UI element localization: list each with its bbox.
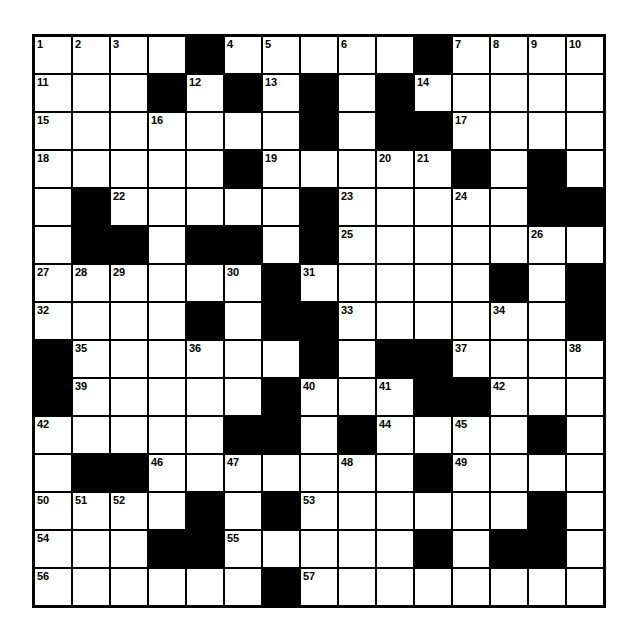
clue-number: 41: [379, 380, 391, 392]
cell-r4c15[interactable]: [567, 151, 603, 187]
cell-r15c5[interactable]: [187, 569, 223, 605]
cell-r4c5[interactable]: [187, 151, 223, 187]
clue-number: 48: [341, 456, 353, 468]
cell-r10c6[interactable]: [225, 379, 261, 415]
cell-r9c7[interactable]: [263, 341, 299, 377]
cell-r9c4[interactable]: [149, 341, 185, 377]
clue-number: 15: [37, 114, 49, 126]
black-cell-r14c13: [491, 531, 527, 567]
black-cell-r2c4: [149, 75, 185, 111]
cell-r11c5[interactable]: [187, 417, 223, 453]
cell-r1c8[interactable]: [301, 37, 337, 73]
cell-r15c10[interactable]: [377, 569, 413, 605]
cell-r14c3[interactable]: [111, 531, 147, 567]
cell-r5c7[interactable]: [263, 189, 299, 225]
cell-r1c15[interactable]: 10: [567, 37, 603, 73]
cell-r4c11[interactable]: 21: [415, 151, 451, 187]
clue-number: 16: [151, 114, 163, 126]
cell-r5c1[interactable]: [35, 189, 71, 225]
clue-number: 23: [341, 190, 353, 202]
cell-r7c14[interactable]: [529, 265, 565, 301]
clue-number: 51: [75, 494, 87, 506]
cell-r5c10[interactable]: [377, 189, 413, 225]
cell-r13c13[interactable]: [491, 493, 527, 529]
cell-r13c3[interactable]: 52: [111, 493, 147, 529]
black-cell-r13c7: [263, 493, 299, 529]
black-cell-r10c11: [415, 379, 451, 415]
black-cell-r7c13: [491, 265, 527, 301]
cell-r11c15[interactable]: [567, 417, 603, 453]
cell-r8c14[interactable]: [529, 303, 565, 339]
black-cell-r7c15: [567, 265, 603, 301]
cell-r3c3[interactable]: [111, 113, 147, 149]
cell-r10c5[interactable]: [187, 379, 223, 415]
black-cell-r14c5: [187, 531, 223, 567]
cell-r13c8[interactable]: 53: [301, 493, 337, 529]
black-cell-r9c11: [415, 341, 451, 377]
cell-r10c3[interactable]: [111, 379, 147, 415]
cell-r13c1[interactable]: 50: [35, 493, 71, 529]
cell-r7c3[interactable]: 29: [111, 265, 147, 301]
clue-number: 26: [531, 228, 543, 240]
cell-r8c10[interactable]: [377, 303, 413, 339]
cell-r9c12[interactable]: 37: [453, 341, 489, 377]
cell-r12c6[interactable]: 47: [225, 455, 261, 491]
black-cell-r3c8: [301, 113, 337, 149]
clue-number: 36: [189, 342, 201, 354]
cell-r4c1[interactable]: 18: [35, 151, 71, 187]
black-cell-r5c14: [529, 189, 565, 225]
clue-number: 42: [493, 380, 505, 392]
cell-r10c2[interactable]: 39: [73, 379, 109, 415]
cell-r2c11[interactable]: 14: [415, 75, 451, 111]
clue-number: 14: [417, 76, 429, 88]
cell-r4c13[interactable]: [491, 151, 527, 187]
clue-number: 42: [37, 418, 49, 430]
cell-r10c14[interactable]: [529, 379, 565, 415]
cell-r10c4[interactable]: [149, 379, 185, 415]
cell-r9c14[interactable]: [529, 341, 565, 377]
cell-r15c14[interactable]: [529, 569, 565, 605]
black-cell-r5c8: [301, 189, 337, 225]
cell-r1c1[interactable]: 1: [35, 37, 71, 73]
cell-r1c9[interactable]: 6: [339, 37, 375, 73]
clue-number: 28: [75, 266, 87, 278]
cell-r7c2[interactable]: 28: [73, 265, 109, 301]
clue-number: 24: [455, 190, 467, 202]
cell-r6c14[interactable]: 26: [529, 227, 565, 263]
cell-r13c6[interactable]: [225, 493, 261, 529]
cell-r2c13[interactable]: [491, 75, 527, 111]
cell-r8c4[interactable]: [149, 303, 185, 339]
cell-r15c12[interactable]: [453, 569, 489, 605]
cell-r13c2[interactable]: 51: [73, 493, 109, 529]
cell-r2c14[interactable]: [529, 75, 565, 111]
cell-r1c7[interactable]: 5: [263, 37, 299, 73]
cell-r11c1[interactable]: 42: [35, 417, 71, 453]
cell-r3c15[interactable]: [567, 113, 603, 149]
cell-r2c5[interactable]: 12: [187, 75, 223, 111]
clue-number: 37: [455, 342, 467, 354]
black-cell-r2c8: [301, 75, 337, 111]
cell-r6c11[interactable]: [415, 227, 451, 263]
black-cell-r13c5: [187, 493, 223, 529]
cell-r7c6[interactable]: 30: [225, 265, 261, 301]
cell-r12c13[interactable]: [491, 455, 527, 491]
cell-r4c9[interactable]: [339, 151, 375, 187]
cell-r12c5[interactable]: [187, 455, 223, 491]
black-cell-r14c4: [149, 531, 185, 567]
cell-r4c4[interactable]: [149, 151, 185, 187]
black-cell-r10c1: [35, 379, 71, 415]
black-cell-r2c10: [377, 75, 413, 111]
cell-r15c13[interactable]: [491, 569, 527, 605]
cell-r14c1[interactable]: 54: [35, 531, 71, 567]
black-cell-r1c11: [415, 37, 451, 73]
black-cell-r9c10: [377, 341, 413, 377]
cell-r5c3[interactable]: 22: [111, 189, 147, 225]
cell-r5c12[interactable]: 24: [453, 189, 489, 225]
cell-r1c2[interactable]: 2: [73, 37, 109, 73]
cell-r5c5[interactable]: [187, 189, 223, 225]
cell-r9c9[interactable]: [339, 341, 375, 377]
black-cell-r6c6: [225, 227, 261, 263]
cell-r8c2[interactable]: [73, 303, 109, 339]
clue-number: 20: [379, 152, 391, 164]
cell-r13c12[interactable]: [453, 493, 489, 529]
cell-r12c7[interactable]: [263, 455, 299, 491]
cell-r3c9[interactable]: [339, 113, 375, 149]
cell-r9c13[interactable]: [491, 341, 527, 377]
cell-r11c10[interactable]: 44: [377, 417, 413, 453]
clue-number: 27: [37, 266, 49, 278]
cell-r3c4[interactable]: 16: [149, 113, 185, 149]
black-cell-r11c7: [263, 417, 299, 453]
clue-number: 55: [227, 532, 239, 544]
clue-number: 38: [569, 342, 581, 354]
cell-r15c8[interactable]: 57: [301, 569, 337, 605]
cell-r10c8[interactable]: 40: [301, 379, 337, 415]
cell-r15c3[interactable]: [111, 569, 147, 605]
clue-number: 45: [455, 418, 467, 430]
clue-number: 10: [569, 38, 581, 50]
clue-number: 32: [37, 304, 49, 316]
black-cell-r5c2: [73, 189, 109, 225]
cell-r8c1[interactable]: 32: [35, 303, 71, 339]
black-cell-r4c6: [225, 151, 261, 187]
cell-r1c12[interactable]: 7: [453, 37, 489, 73]
cell-r13c10[interactable]: [377, 493, 413, 529]
cell-r13c4[interactable]: [149, 493, 185, 529]
cell-r1c6[interactable]: 4: [225, 37, 261, 73]
clue-number: 50: [37, 494, 49, 506]
cell-r7c1[interactable]: 27: [35, 265, 71, 301]
cell-r12c10[interactable]: [377, 455, 413, 491]
clue-number: 31: [303, 266, 315, 278]
cell-r1c3[interactable]: 3: [111, 37, 147, 73]
clue-number: 12: [189, 76, 201, 88]
clue-number: 53: [303, 494, 315, 506]
cell-r9c15[interactable]: 38: [567, 341, 603, 377]
clue-number: 25: [341, 228, 353, 240]
cell-r15c15[interactable]: [567, 569, 603, 605]
cell-r12c4[interactable]: 46: [149, 455, 185, 491]
cell-r3c12[interactable]: 17: [453, 113, 489, 149]
cell-r10c15[interactable]: [567, 379, 603, 415]
clue-number: 7: [455, 38, 461, 50]
cell-r15c6[interactable]: [225, 569, 261, 605]
cell-r4c10[interactable]: 20: [377, 151, 413, 187]
black-cell-r6c5: [187, 227, 223, 263]
cell-r11c3[interactable]: [111, 417, 147, 453]
clue-number: 56: [37, 570, 49, 582]
black-cell-r8c5: [187, 303, 223, 339]
cell-r7c4[interactable]: [149, 265, 185, 301]
clue-number: 21: [417, 152, 429, 164]
cell-r9c5[interactable]: 36: [187, 341, 223, 377]
black-cell-r7c7: [263, 265, 299, 301]
cell-r5c11[interactable]: [415, 189, 451, 225]
cell-r5c13[interactable]: [491, 189, 527, 225]
cell-r10c9[interactable]: [339, 379, 375, 415]
cell-r3c6[interactable]: [225, 113, 261, 149]
clue-number: 13: [265, 76, 277, 88]
cell-r6c15[interactable]: [567, 227, 603, 263]
cell-r13c9[interactable]: [339, 493, 375, 529]
clue-number: 9: [531, 38, 537, 50]
black-cell-r8c8: [301, 303, 337, 339]
clue-number: 33: [341, 304, 353, 316]
cell-r11c8[interactable]: [301, 417, 337, 453]
black-cell-r12c3: [111, 455, 147, 491]
cell-r4c7[interactable]: 19: [263, 151, 299, 187]
cell-r11c11[interactable]: [415, 417, 451, 453]
cell-r3c1[interactable]: 15: [35, 113, 71, 149]
cell-r3c7[interactable]: [263, 113, 299, 149]
cell-r1c14[interactable]: 9: [529, 37, 565, 73]
black-cell-r14c11: [415, 531, 451, 567]
cell-r6c13[interactable]: [491, 227, 527, 263]
cell-r2c2[interactable]: [73, 75, 109, 111]
clue-number: 46: [151, 456, 163, 468]
black-cell-r10c7: [263, 379, 299, 415]
cell-r10c13[interactable]: 42: [491, 379, 527, 415]
clue-number: 5: [265, 38, 271, 50]
clue-number: 4: [227, 38, 233, 50]
cell-r11c2[interactable]: [73, 417, 109, 453]
cell-r1c10[interactable]: [377, 37, 413, 73]
cell-r14c7[interactable]: [263, 531, 299, 567]
cell-r11c13[interactable]: [491, 417, 527, 453]
cell-r11c12[interactable]: 45: [453, 417, 489, 453]
black-cell-r6c2: [73, 227, 109, 263]
clue-number: 11: [37, 76, 49, 88]
cell-r6c4[interactable]: [149, 227, 185, 263]
black-cell-r11c6: [225, 417, 261, 453]
cell-r6c7[interactable]: [263, 227, 299, 263]
crossword-board: 1234567891011121314151617181920212223242…: [32, 34, 606, 608]
cell-r7c12[interactable]: [453, 265, 489, 301]
cell-r7c9[interactable]: [339, 265, 375, 301]
clue-number: 52: [113, 494, 125, 506]
cell-r12c8[interactable]: [301, 455, 337, 491]
cell-r7c10[interactable]: [377, 265, 413, 301]
black-cell-r11c9: [339, 417, 375, 453]
cell-r6c12[interactable]: [453, 227, 489, 263]
clue-number: 44: [379, 418, 391, 430]
cell-r2c1[interactable]: 11: [35, 75, 71, 111]
black-cell-r1c5: [187, 37, 223, 73]
black-cell-r12c11: [415, 455, 451, 491]
black-cell-r13c14: [529, 493, 565, 529]
clue-number: 30: [227, 266, 239, 278]
black-cell-r15c7: [263, 569, 299, 605]
cell-r8c12[interactable]: [453, 303, 489, 339]
cell-r8c13[interactable]: 34: [491, 303, 527, 339]
clue-number: 19: [265, 152, 277, 164]
cell-r13c15[interactable]: [567, 493, 603, 529]
cell-r15c1[interactable]: 56: [35, 569, 71, 605]
cell-r15c4[interactable]: [149, 569, 185, 605]
cell-r3c13[interactable]: [491, 113, 527, 149]
cell-r8c6[interactable]: [225, 303, 261, 339]
cell-r6c1[interactable]: [35, 227, 71, 263]
cell-r4c8[interactable]: [301, 151, 337, 187]
cell-r2c7[interactable]: 13: [263, 75, 299, 111]
black-cell-r2c6: [225, 75, 261, 111]
black-cell-r6c3: [111, 227, 147, 263]
cell-r14c15[interactable]: [567, 531, 603, 567]
cell-r7c8[interactable]: 31: [301, 265, 337, 301]
black-cell-r4c12: [453, 151, 489, 187]
clue-number: 49: [455, 456, 467, 468]
cell-r2c15[interactable]: [567, 75, 603, 111]
black-cell-r14c14: [529, 531, 565, 567]
black-cell-r6c8: [301, 227, 337, 263]
clue-number: 6: [341, 38, 347, 50]
cell-r9c3[interactable]: [111, 341, 147, 377]
cell-r3c14[interactable]: [529, 113, 565, 149]
clue-number: 47: [227, 456, 239, 468]
cell-r1c4[interactable]: [149, 37, 185, 73]
cell-r2c12[interactable]: [453, 75, 489, 111]
cell-r12c15[interactable]: [567, 455, 603, 491]
cell-r1c13[interactable]: 8: [491, 37, 527, 73]
clue-number: 2: [75, 38, 81, 50]
clue-number: 40: [303, 380, 315, 392]
clue-number: 35: [75, 342, 87, 354]
clue-number: 57: [303, 570, 315, 582]
black-cell-r3c11: [415, 113, 451, 149]
page: 1234567891011121314151617181920212223242…: [0, 0, 643, 643]
cell-r5c4[interactable]: [149, 189, 185, 225]
black-cell-r5c15: [567, 189, 603, 225]
cell-r8c11[interactable]: [415, 303, 451, 339]
clue-number: 8: [493, 38, 499, 50]
cell-r2c3[interactable]: [111, 75, 147, 111]
black-cell-r9c1: [35, 341, 71, 377]
cell-r9c2[interactable]: 35: [73, 341, 109, 377]
black-cell-r9c8: [301, 341, 337, 377]
cell-r14c8[interactable]: [301, 531, 337, 567]
cell-r14c9[interactable]: [339, 531, 375, 567]
black-cell-r3c10: [377, 113, 413, 149]
cell-r15c2[interactable]: [73, 569, 109, 605]
cell-r3c5[interactable]: [187, 113, 223, 149]
black-cell-r10c12: [453, 379, 489, 415]
black-cell-r12c2: [73, 455, 109, 491]
cell-r15c9[interactable]: [339, 569, 375, 605]
cell-r8c9[interactable]: 33: [339, 303, 375, 339]
cell-r15c11[interactable]: [415, 569, 451, 605]
clue-number: 17: [455, 114, 467, 126]
black-cell-r4c14: [529, 151, 565, 187]
clue-number: 34: [493, 304, 505, 316]
cell-r12c14[interactable]: [529, 455, 565, 491]
cell-r14c2[interactable]: [73, 531, 109, 567]
clue-number: 22: [113, 190, 125, 202]
black-cell-r8c7: [263, 303, 299, 339]
cell-r12c12[interactable]: 49: [453, 455, 489, 491]
cell-r7c11[interactable]: [415, 265, 451, 301]
black-cell-r8c15: [567, 303, 603, 339]
cell-r9c6[interactable]: [225, 341, 261, 377]
cell-r12c1[interactable]: [35, 455, 71, 491]
cell-r5c9[interactable]: 23: [339, 189, 375, 225]
cell-r14c12[interactable]: [453, 531, 489, 567]
clue-number: 1: [37, 38, 43, 50]
cell-r4c3[interactable]: [111, 151, 147, 187]
clue-number: 39: [75, 380, 87, 392]
clue-number: 18: [37, 152, 49, 164]
cell-r14c6[interactable]: 55: [225, 531, 261, 567]
cell-r13c11[interactable]: [415, 493, 451, 529]
cell-r4c2[interactable]: [73, 151, 109, 187]
clue-number: 54: [37, 532, 49, 544]
cell-r7c5[interactable]: [187, 265, 223, 301]
cell-r8c3[interactable]: [111, 303, 147, 339]
cell-r3c2[interactable]: [73, 113, 109, 149]
cell-r10c10[interactable]: 41: [377, 379, 413, 415]
cell-r5c6[interactable]: [225, 189, 261, 225]
cell-r2c9[interactable]: [339, 75, 375, 111]
cell-r14c10[interactable]: [377, 531, 413, 567]
cell-r6c9[interactable]: 25: [339, 227, 375, 263]
cell-r12c9[interactable]: 48: [339, 455, 375, 491]
black-cell-r11c14: [529, 417, 565, 453]
clue-number: 3: [113, 38, 119, 50]
cell-r6c10[interactable]: [377, 227, 413, 263]
clue-number: 29: [113, 266, 125, 278]
cell-r11c4[interactable]: [149, 417, 185, 453]
